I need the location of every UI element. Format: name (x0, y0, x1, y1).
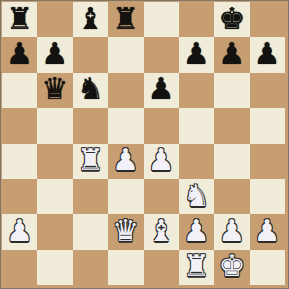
square-f1[interactable]: ♜ (179, 250, 214, 285)
square-d8[interactable]: ♜ (108, 2, 143, 37)
white-knight-piece: ♞ (183, 181, 210, 211)
chess-board-frame: ♜♝♜♚♟♟♟♟♟♛♞♟♜♟♟♞♟♛♝♟♟♟♜♚ (0, 0, 289, 289)
square-f7[interactable]: ♟ (179, 37, 214, 72)
square-c4[interactable]: ♜ (73, 144, 108, 179)
square-b8[interactable] (37, 2, 72, 37)
square-c3[interactable] (73, 179, 108, 214)
square-f4[interactable] (179, 144, 214, 179)
square-e6[interactable]: ♟ (144, 73, 179, 108)
black-bishop-piece: ♝ (77, 4, 104, 34)
square-a4[interactable] (2, 144, 37, 179)
chess-board: ♜♝♜♚♟♟♟♟♟♛♞♟♜♟♟♞♟♛♝♟♟♟♜♚ (2, 2, 285, 285)
square-f5[interactable] (179, 108, 214, 143)
black-pawn-piece: ♟ (42, 39, 69, 69)
square-b6[interactable]: ♛ (37, 73, 72, 108)
square-b2[interactable] (37, 214, 72, 249)
square-g1[interactable]: ♚ (214, 250, 249, 285)
square-g5[interactable] (214, 108, 249, 143)
square-c6[interactable]: ♞ (73, 73, 108, 108)
square-e2[interactable]: ♝ (144, 214, 179, 249)
black-pawn-piece: ♟ (218, 39, 245, 69)
square-h6[interactable] (250, 73, 285, 108)
square-f2[interactable]: ♟ (179, 214, 214, 249)
black-pawn-piece: ♟ (254, 39, 281, 69)
white-pawn-piece: ♟ (183, 216, 210, 246)
black-rook-piece: ♜ (6, 4, 33, 34)
square-a5[interactable] (2, 108, 37, 143)
square-b7[interactable]: ♟ (37, 37, 72, 72)
square-h1[interactable] (250, 250, 285, 285)
black-queen-piece: ♛ (42, 74, 69, 104)
square-g3[interactable] (214, 179, 249, 214)
square-d3[interactable] (108, 179, 143, 214)
square-d1[interactable] (108, 250, 143, 285)
square-b1[interactable] (37, 250, 72, 285)
square-e3[interactable] (144, 179, 179, 214)
square-g8[interactable]: ♚ (214, 2, 249, 37)
square-a6[interactable] (2, 73, 37, 108)
square-a7[interactable]: ♟ (2, 37, 37, 72)
square-h3[interactable] (250, 179, 285, 214)
black-rook-piece: ♜ (112, 4, 139, 34)
white-rook-piece: ♜ (183, 251, 210, 281)
square-d4[interactable]: ♟ (108, 144, 143, 179)
square-g2[interactable]: ♟ (214, 214, 249, 249)
square-d5[interactable] (108, 108, 143, 143)
square-e4[interactable]: ♟ (144, 144, 179, 179)
square-g4[interactable] (214, 144, 249, 179)
square-a1[interactable] (2, 250, 37, 285)
square-f8[interactable] (179, 2, 214, 37)
square-a3[interactable] (2, 179, 37, 214)
square-f6[interactable] (179, 73, 214, 108)
square-f3[interactable]: ♞ (179, 179, 214, 214)
black-knight-piece: ♞ (77, 74, 104, 104)
square-b5[interactable] (37, 108, 72, 143)
square-c8[interactable]: ♝ (73, 2, 108, 37)
square-e8[interactable] (144, 2, 179, 37)
square-e1[interactable] (144, 250, 179, 285)
white-pawn-piece: ♟ (254, 216, 281, 246)
black-pawn-piece: ♟ (148, 74, 175, 104)
square-b3[interactable] (37, 179, 72, 214)
white-pawn-piece: ♟ (148, 145, 175, 175)
square-h2[interactable]: ♟ (250, 214, 285, 249)
white-rook-piece: ♜ (77, 145, 104, 175)
square-e5[interactable] (144, 108, 179, 143)
square-b4[interactable] (37, 144, 72, 179)
square-c1[interactable] (73, 250, 108, 285)
square-d2[interactable]: ♛ (108, 214, 143, 249)
square-c7[interactable] (73, 37, 108, 72)
square-e7[interactable] (144, 37, 179, 72)
white-pawn-piece: ♟ (218, 216, 245, 246)
square-h5[interactable] (250, 108, 285, 143)
square-g7[interactable]: ♟ (214, 37, 249, 72)
white-pawn-piece: ♟ (6, 216, 33, 246)
square-c5[interactable] (73, 108, 108, 143)
black-pawn-piece: ♟ (183, 39, 210, 69)
square-h4[interactable] (250, 144, 285, 179)
square-h7[interactable]: ♟ (250, 37, 285, 72)
white-queen-piece: ♛ (112, 216, 139, 246)
white-pawn-piece: ♟ (112, 145, 139, 175)
square-a8[interactable]: ♜ (2, 2, 37, 37)
white-bishop-piece: ♝ (148, 216, 175, 246)
white-king-piece: ♚ (218, 251, 245, 281)
square-d7[interactable] (108, 37, 143, 72)
square-a2[interactable]: ♟ (2, 214, 37, 249)
square-h8[interactable] (250, 2, 285, 37)
square-c2[interactable] (73, 214, 108, 249)
black-pawn-piece: ♟ (6, 39, 33, 69)
black-king-piece: ♚ (218, 4, 245, 34)
square-g6[interactable] (214, 73, 249, 108)
square-d6[interactable] (108, 73, 143, 108)
